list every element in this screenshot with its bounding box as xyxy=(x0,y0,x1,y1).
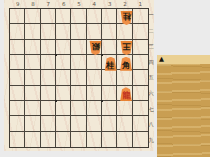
file-label: 3 xyxy=(102,0,117,8)
board-cell[interactable] xyxy=(25,101,40,116)
board-cell[interactable] xyxy=(41,116,56,131)
board-cell[interactable] xyxy=(56,132,71,147)
star-point-dot xyxy=(101,54,103,56)
board-cell[interactable] xyxy=(102,9,117,24)
board-cell[interactable] xyxy=(56,9,71,24)
board-cell[interactable] xyxy=(71,86,86,101)
board-cell[interactable] xyxy=(87,132,102,147)
board-cell[interactable] xyxy=(87,55,102,70)
board-cell[interactable] xyxy=(71,132,86,147)
board-cell[interactable] xyxy=(41,132,56,147)
board-cell[interactable] xyxy=(25,132,40,147)
piece-kanji: 角 xyxy=(122,60,130,70)
board-cell[interactable] xyxy=(25,86,40,101)
star-point-dot xyxy=(101,100,103,102)
board-cell[interactable] xyxy=(133,101,148,116)
board-cell[interactable] xyxy=(56,116,71,131)
board-cell[interactable] xyxy=(87,116,102,131)
file-label: 8 xyxy=(25,0,40,8)
board-cell[interactable] xyxy=(41,55,56,70)
file-label: 7 xyxy=(41,0,56,8)
sente-hand-wood xyxy=(157,64,210,157)
file-label: 2 xyxy=(117,0,132,8)
board-cell[interactable] xyxy=(102,86,117,101)
board-cell[interactable] xyxy=(117,101,132,116)
board-cell[interactable] xyxy=(25,70,40,85)
board-cell[interactable] xyxy=(10,86,25,101)
piece-kanji: 龍 xyxy=(122,91,130,101)
board-cell[interactable] xyxy=(10,101,25,116)
board-cell[interactable] xyxy=(71,40,86,55)
board-cell[interactable] xyxy=(41,86,56,101)
piece-kanji: 桂 xyxy=(107,60,115,70)
sente-hand-header: ▲ xyxy=(157,55,210,64)
board-cell[interactable] xyxy=(56,55,71,70)
board-cell[interactable] xyxy=(102,40,117,55)
sente-hand-tray[interactable]: ▲ xyxy=(157,55,210,157)
file-label: 1 xyxy=(133,0,148,8)
board-cell[interactable] xyxy=(102,116,117,131)
board-cell[interactable] xyxy=(10,55,25,70)
sente-marker: ▲ xyxy=(159,55,164,64)
board-cell[interactable] xyxy=(117,132,132,147)
file-label: 9 xyxy=(10,0,25,8)
board-cell[interactable] xyxy=(56,70,71,85)
board-cell[interactable] xyxy=(10,70,25,85)
board-cell[interactable] xyxy=(117,116,132,131)
board-cell[interactable] xyxy=(25,9,40,24)
board-cell[interactable] xyxy=(71,101,86,116)
board-cell[interactable] xyxy=(117,70,132,85)
board-cell[interactable] xyxy=(10,40,25,55)
board-cell[interactable] xyxy=(133,55,148,70)
board-cell[interactable] xyxy=(10,24,25,39)
file-labels: 987654321 xyxy=(10,0,148,8)
board-cell[interactable] xyxy=(133,116,148,131)
board-cell[interactable] xyxy=(71,55,86,70)
file-label: 5 xyxy=(71,0,86,8)
board-cell[interactable] xyxy=(133,9,148,24)
file-label: 4 xyxy=(87,0,102,8)
piece-kanji: 桂 xyxy=(122,11,130,21)
board-cell[interactable] xyxy=(133,132,148,147)
board-cell[interactable] xyxy=(25,55,40,70)
board-cell[interactable] xyxy=(87,9,102,24)
board-cell[interactable] xyxy=(56,101,71,116)
board-cell[interactable] xyxy=(10,116,25,131)
board-cell[interactable] xyxy=(25,24,40,39)
file-label: 6 xyxy=(56,0,71,8)
board-cell[interactable] xyxy=(71,9,86,24)
board-cell[interactable] xyxy=(25,116,40,131)
board-cell[interactable] xyxy=(102,70,117,85)
board-cell[interactable] xyxy=(133,70,148,85)
board-grid: 桂王銀桂角龍 xyxy=(9,8,149,148)
board-cell[interactable] xyxy=(10,132,25,147)
board-cell[interactable] xyxy=(10,9,25,24)
board-cell[interactable] xyxy=(102,132,117,147)
board-cell[interactable] xyxy=(71,70,86,85)
board-cell[interactable] xyxy=(102,24,117,39)
board-cell[interactable] xyxy=(133,86,148,101)
board-cell[interactable] xyxy=(41,9,56,24)
board-cell[interactable] xyxy=(87,70,102,85)
board-cell[interactable] xyxy=(41,40,56,55)
board-cell[interactable] xyxy=(41,70,56,85)
board-cell[interactable] xyxy=(87,101,102,116)
star-point-dot xyxy=(55,100,57,102)
board-cell[interactable] xyxy=(87,24,102,39)
board-cell[interactable] xyxy=(71,116,86,131)
board-cell[interactable] xyxy=(41,24,56,39)
board-cell[interactable] xyxy=(41,101,56,116)
piece-kanji: 銀 xyxy=(91,42,99,52)
board-cell[interactable] xyxy=(56,86,71,101)
board-cell[interactable] xyxy=(25,40,40,55)
board-cell[interactable] xyxy=(56,24,71,39)
board-cell[interactable] xyxy=(133,24,148,39)
board-cell[interactable] xyxy=(133,40,148,55)
shogi-board: 987654321 一二三四五六七八九 桂王銀桂角龍 xyxy=(4,0,154,151)
board-cell[interactable] xyxy=(102,101,117,116)
board-cell[interactable] xyxy=(87,86,102,101)
shogi-diagram: 987654321 一二三四五六七八九 桂王銀桂角龍 ▲ xyxy=(0,0,210,157)
board-cell[interactable] xyxy=(56,40,71,55)
board-cell[interactable] xyxy=(71,24,86,39)
piece-kanji: 王 xyxy=(122,42,130,52)
board-cell[interactable] xyxy=(117,24,132,39)
star-point-dot xyxy=(55,54,57,56)
